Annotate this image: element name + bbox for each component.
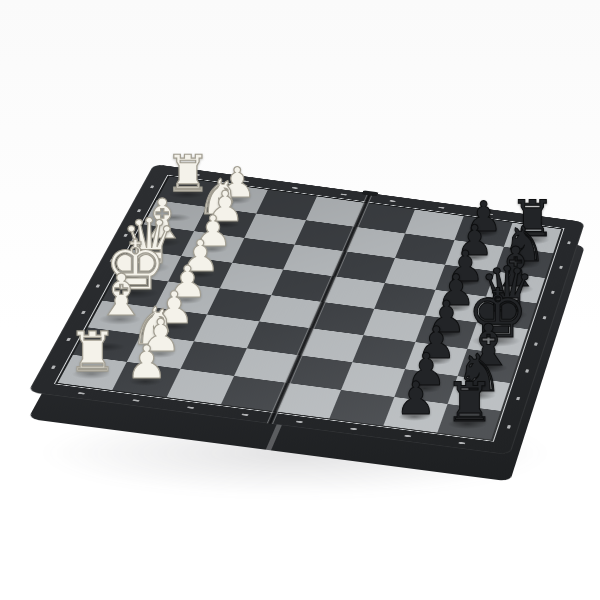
coordinate-tick: [242, 413, 249, 415]
black-rook-glyph: ♜: [445, 375, 494, 429]
coordinate-tick: [292, 187, 298, 189]
white-pawn-glyph: ♟: [126, 340, 167, 386]
coordinate-tick: [516, 397, 520, 401]
coordinate-tick: [78, 392, 85, 394]
coordinate-tick: [438, 206, 444, 208]
white-rook-glyph: ♜: [68, 325, 117, 380]
coordinate-tick: [567, 241, 571, 244]
coordinate-tick: [390, 200, 396, 202]
coordinate-tick: [506, 425, 510, 429]
coordinate-tick: [542, 316, 546, 319]
product-photo: ♜♟♞♟♟♜♝♟♟♞♛♟♟♝♚♟♟♛♝♟♟♚♞♟♟♝♜♟♟♞♟♜: [0, 0, 600, 600]
coordinate-tick: [533, 342, 537, 345]
coordinate-tick: [81, 311, 86, 314]
coordinate-tick: [525, 369, 529, 373]
coordinate-tick: [187, 406, 194, 408]
coordinate-tick: [50, 365, 55, 369]
black-pawn-glyph: ♟: [395, 376, 436, 421]
coordinate-tick: [459, 442, 466, 444]
coordinate-tick: [550, 290, 554, 293]
coordinate-tick: [559, 266, 563, 269]
coordinate-tick: [341, 193, 347, 195]
coordinate-tick: [133, 399, 140, 401]
coordinate-tick: [350, 427, 357, 429]
hinge-tab: [362, 190, 379, 196]
coordinate-tick: [404, 435, 411, 437]
coordinate-tick: [296, 420, 303, 422]
